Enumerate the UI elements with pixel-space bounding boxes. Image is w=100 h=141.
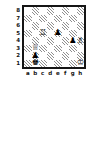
- rank-label-1: 1: [12, 60, 20, 68]
- square-d7[interactable]: [47, 15, 55, 23]
- square-a3[interactable]: [24, 45, 32, 53]
- square-d1[interactable]: [47, 60, 55, 68]
- square-d4[interactable]: [47, 37, 55, 45]
- file-label-h: h: [77, 70, 85, 76]
- file-labels: abcdefgh: [24, 70, 84, 76]
- square-d5[interactable]: [47, 30, 55, 38]
- square-f5[interactable]: [62, 30, 70, 38]
- file-label-g: g: [69, 70, 77, 76]
- square-a5[interactable]: [24, 30, 32, 38]
- square-c2[interactable]: [39, 52, 47, 60]
- square-e8[interactable]: [54, 7, 62, 15]
- chess-diagram: 87654321 ♖♟♟♗♕♟♚♔ abcdefgh: [0, 0, 100, 141]
- file-label-b: b: [32, 70, 40, 76]
- square-d8[interactable]: [47, 7, 55, 15]
- square-f8[interactable]: [62, 7, 70, 15]
- square-c7[interactable]: [39, 15, 47, 23]
- rank-label-8: 8: [12, 7, 20, 15]
- square-c4[interactable]: [39, 37, 47, 45]
- square-g2[interactable]: [69, 52, 77, 60]
- rank-labels: 87654321: [12, 7, 20, 67]
- rank-label-3: 3: [12, 45, 20, 53]
- piece-white-rook[interactable]: ♖: [39, 29, 47, 38]
- square-f7[interactable]: [62, 15, 70, 23]
- square-g7[interactable]: [69, 15, 77, 23]
- piece-black-pawn[interactable]: ♟: [69, 36, 77, 45]
- square-e4[interactable]: [54, 37, 62, 45]
- rank-label-7: 7: [12, 15, 20, 23]
- square-d6[interactable]: [47, 22, 55, 30]
- square-c5[interactable]: ♖: [39, 30, 47, 38]
- chess-board[interactable]: ♖♟♟♗♕♟♚♔: [22, 5, 86, 69]
- square-g8[interactable]: [69, 7, 77, 15]
- piece-white-king[interactable]: ♔: [76, 59, 84, 68]
- square-a2[interactable]: [24, 52, 32, 60]
- square-b5[interactable]: [32, 30, 40, 38]
- square-h7[interactable]: [77, 15, 85, 23]
- square-d2[interactable]: [47, 52, 55, 60]
- piece-white-bishop[interactable]: ♗: [76, 36, 84, 45]
- square-f4[interactable]: [62, 37, 70, 45]
- square-f3[interactable]: [62, 45, 70, 53]
- square-f2[interactable]: [62, 52, 70, 60]
- square-h8[interactable]: [77, 7, 85, 15]
- square-d3[interactable]: [47, 45, 55, 53]
- square-h6[interactable]: [77, 22, 85, 30]
- file-label-a: a: [24, 70, 32, 76]
- piece-black-king[interactable]: ♚: [31, 59, 39, 68]
- square-g6[interactable]: [69, 22, 77, 30]
- file-label-c: c: [39, 70, 47, 76]
- piece-black-pawn[interactable]: ♟: [54, 29, 62, 38]
- square-b7[interactable]: [32, 15, 40, 23]
- square-f6[interactable]: [62, 22, 70, 30]
- square-c8[interactable]: [39, 7, 47, 15]
- square-b8[interactable]: [32, 7, 40, 15]
- square-a8[interactable]: [24, 7, 32, 15]
- rank-label-5: 5: [12, 30, 20, 38]
- square-h3[interactable]: [77, 45, 85, 53]
- square-h1[interactable]: ♔: [77, 60, 85, 68]
- square-a6[interactable]: [24, 22, 32, 30]
- square-a1[interactable]: [24, 60, 32, 68]
- square-e1[interactable]: [54, 60, 62, 68]
- square-b1[interactable]: ♚: [32, 60, 40, 68]
- square-c3[interactable]: [39, 45, 47, 53]
- square-e7[interactable]: [54, 15, 62, 23]
- file-label-e: e: [54, 70, 62, 76]
- square-e2[interactable]: [54, 52, 62, 60]
- square-g4[interactable]: ♟: [69, 37, 77, 45]
- rank-label-2: 2: [12, 52, 20, 60]
- rank-label-6: 6: [12, 22, 20, 30]
- square-b6[interactable]: [32, 22, 40, 30]
- square-g3[interactable]: [69, 45, 77, 53]
- square-f1[interactable]: [62, 60, 70, 68]
- square-g1[interactable]: [69, 60, 77, 68]
- square-c1[interactable]: [39, 60, 47, 68]
- rank-label-4: 4: [12, 37, 20, 45]
- square-a7[interactable]: [24, 15, 32, 23]
- square-a4[interactable]: [24, 37, 32, 45]
- square-e3[interactable]: [54, 45, 62, 53]
- square-e5[interactable]: ♟: [54, 30, 62, 38]
- file-label-d: d: [47, 70, 55, 76]
- file-label-f: f: [62, 70, 70, 76]
- square-h4[interactable]: ♗: [77, 37, 85, 45]
